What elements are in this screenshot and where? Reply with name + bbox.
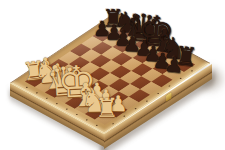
- piece-white-rook[interactable]: ♜: [95, 94, 119, 120]
- piece-black-pawn[interactable]: ♟: [164, 54, 185, 77]
- wooden-chess-set: ♜♞♝♛♚♝♞♜♟♟♟♟♟♟♟♟♟♟♟♟♟♟♟♟♜♞♝♛♚♝♞♜: [0, 0, 225, 150]
- pieces-layer: ♜♞♝♛♚♝♞♜♟♟♟♟♟♟♟♟♟♟♟♟♟♟♟♟♜♞♝♛♚♝♞♜: [0, 0, 225, 150]
